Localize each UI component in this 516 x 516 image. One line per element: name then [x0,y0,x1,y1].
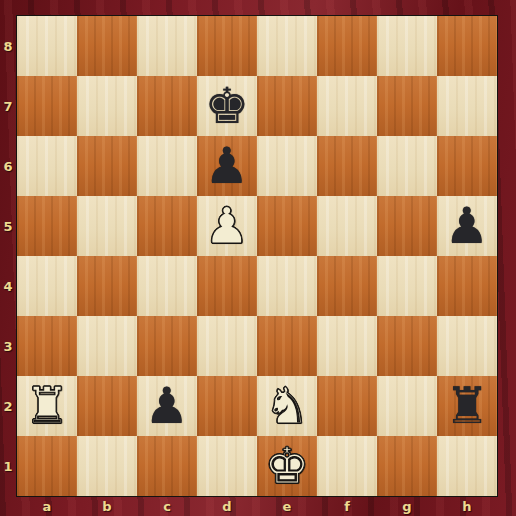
square-e3[interactable] [257,316,317,376]
square-h5[interactable]: ♟ [437,196,497,256]
file-label-b: b [77,497,137,516]
rank-label-4: 4 [0,256,16,316]
square-e7[interactable] [257,76,317,136]
file-label-a: a [17,497,77,516]
square-d2[interactable] [197,376,257,436]
square-d4[interactable] [197,256,257,316]
square-e1[interactable]: ♚ [257,436,317,496]
square-c7[interactable] [137,76,197,136]
square-g7[interactable] [377,76,437,136]
square-h1[interactable] [437,436,497,496]
square-f2[interactable] [317,376,377,436]
square-a5[interactable] [17,196,77,256]
square-c8[interactable] [137,16,197,76]
square-h6[interactable] [437,136,497,196]
square-b2[interactable] [77,376,137,436]
square-e6[interactable] [257,136,317,196]
square-g8[interactable] [377,16,437,76]
piece-white-knight[interactable]: ♞ [257,376,317,436]
square-b3[interactable] [77,316,137,376]
square-f7[interactable] [317,76,377,136]
square-e8[interactable] [257,16,317,76]
square-e2[interactable]: ♞ [257,376,317,436]
square-g5[interactable] [377,196,437,256]
square-c1[interactable] [137,436,197,496]
square-d6[interactable]: ♟ [197,136,257,196]
square-a2[interactable]: ♜ [17,376,77,436]
square-c3[interactable] [137,316,197,376]
square-g2[interactable] [377,376,437,436]
chessboard-frame: ♚♟♟♟♜♟♞♜♚ 87654321 abcdefgh [0,0,516,516]
rank-label-3: 3 [0,316,16,376]
piece-white-pawn[interactable]: ♟ [197,196,257,256]
rank-label-5: 5 [0,196,16,256]
piece-black-pawn[interactable]: ♟ [137,376,197,436]
square-f8[interactable] [317,16,377,76]
piece-black-rook[interactable]: ♜ [437,376,497,436]
square-f5[interactable] [317,196,377,256]
square-g1[interactable] [377,436,437,496]
file-label-h: h [437,497,497,516]
square-h4[interactable] [437,256,497,316]
square-c6[interactable] [137,136,197,196]
square-b7[interactable] [77,76,137,136]
square-c4[interactable] [137,256,197,316]
square-g6[interactable] [377,136,437,196]
square-f3[interactable] [317,316,377,376]
square-b1[interactable] [77,436,137,496]
square-d1[interactable] [197,436,257,496]
square-c2[interactable]: ♟ [137,376,197,436]
rank-label-7: 7 [0,76,16,136]
file-label-g: g [377,497,437,516]
square-g4[interactable] [377,256,437,316]
square-e4[interactable] [257,256,317,316]
piece-white-king[interactable]: ♚ [257,436,317,496]
square-a8[interactable] [17,16,77,76]
rank-label-8: 8 [0,16,16,76]
square-c5[interactable] [137,196,197,256]
square-f1[interactable] [317,436,377,496]
piece-white-rook[interactable]: ♜ [17,376,77,436]
file-label-d: d [197,497,257,516]
file-label-e: e [257,497,317,516]
square-a1[interactable] [17,436,77,496]
square-b6[interactable] [77,136,137,196]
piece-black-pawn[interactable]: ♟ [197,136,257,196]
square-d5[interactable]: ♟ [197,196,257,256]
square-f4[interactable] [317,256,377,316]
piece-black-king[interactable]: ♚ [197,76,257,136]
square-h8[interactable] [437,16,497,76]
square-h7[interactable] [437,76,497,136]
square-b4[interactable] [77,256,137,316]
rank-label-1: 1 [0,436,16,496]
rank-label-2: 2 [0,376,16,436]
square-d8[interactable] [197,16,257,76]
square-h2[interactable]: ♜ [437,376,497,436]
piece-black-pawn[interactable]: ♟ [437,196,497,256]
square-a6[interactable] [17,136,77,196]
file-label-c: c [137,497,197,516]
chess-board: ♚♟♟♟♜♟♞♜♚ [16,15,498,497]
square-b8[interactable] [77,16,137,76]
square-e5[interactable] [257,196,317,256]
square-a3[interactable] [17,316,77,376]
file-label-f: f [317,497,377,516]
rank-label-6: 6 [0,136,16,196]
square-f6[interactable] [317,136,377,196]
square-g3[interactable] [377,316,437,376]
square-a7[interactable] [17,76,77,136]
square-h3[interactable] [437,316,497,376]
square-d7[interactable]: ♚ [197,76,257,136]
square-d3[interactable] [197,316,257,376]
square-b5[interactable] [77,196,137,256]
square-a4[interactable] [17,256,77,316]
